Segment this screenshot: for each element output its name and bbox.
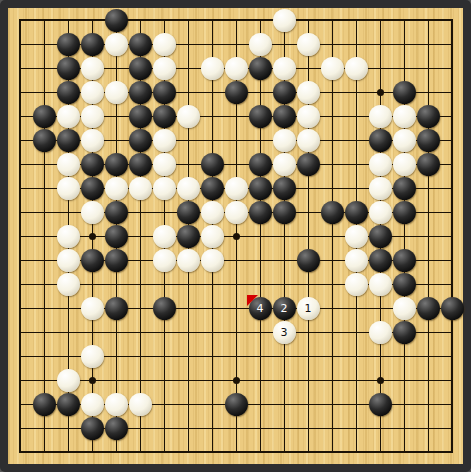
white-stone [225,57,248,80]
white-stone [273,57,296,80]
white-stone [105,81,128,104]
black-stone [369,393,392,416]
star-point [89,377,96,384]
white-stone [81,81,104,104]
white-stone [153,225,176,248]
black-stone [129,81,152,104]
white-stone [369,177,392,200]
black-stone [417,129,440,152]
white-stone [153,33,176,56]
white-stone [393,297,416,320]
white-stone [57,225,80,248]
black-stone [81,249,104,272]
white-stone [225,177,248,200]
white-stone [105,393,128,416]
black-stone [201,177,224,200]
white-stone [201,225,224,248]
white-stone [201,201,224,224]
white-stone: 3 [273,321,296,344]
black-stone [57,81,80,104]
star-point [89,233,96,240]
black-stone [417,297,440,320]
white-stone [321,57,344,80]
white-stone [129,177,152,200]
white-stone [81,393,104,416]
black-stone [129,153,152,176]
white-stone [393,105,416,128]
black-stone [249,105,272,128]
black-stone [81,177,104,200]
black-stone [105,153,128,176]
black-stone [105,9,128,32]
move-number-label: 1 [305,303,312,314]
black-stone [129,33,152,56]
star-point [377,89,384,96]
black-stone [177,225,200,248]
white-stone [345,57,368,80]
black-stone [393,177,416,200]
black-stone [417,105,440,128]
white-stone [249,33,272,56]
black-stone [105,201,128,224]
white-stone [297,33,320,56]
white-stone [57,249,80,272]
white-stone [273,129,296,152]
last-move-marker-icon [247,295,258,306]
black-stone [105,417,128,440]
white-stone [201,249,224,272]
black-stone [393,249,416,272]
black-stone [57,33,80,56]
white-stone [81,297,104,320]
white-stone [57,273,80,296]
grid-line [332,20,333,452]
black-stone [273,177,296,200]
white-stone [297,81,320,104]
black-stone [369,129,392,152]
black-stone [249,57,272,80]
black-stone [129,129,152,152]
white-stone [129,393,152,416]
black-stone [273,105,296,128]
black-stone [153,105,176,128]
black-stone [393,81,416,104]
black-stone [441,297,464,320]
white-stone [297,129,320,152]
white-stone [153,129,176,152]
white-stone [393,129,416,152]
window-frame: 4213 [0,0,471,472]
black-stone [81,417,104,440]
black-stone [129,105,152,128]
white-stone [81,345,104,368]
white-stone [177,177,200,200]
white-stone [369,201,392,224]
black-stone [81,33,104,56]
black-stone [393,273,416,296]
white-stone [57,153,80,176]
black-stone [225,393,248,416]
black-stone [249,153,272,176]
white-stone [225,201,248,224]
white-stone [177,249,200,272]
black-stone [273,81,296,104]
black-stone: 2 [273,297,296,320]
move-number-label: 2 [281,303,288,314]
black-stone [393,201,416,224]
black-stone [105,297,128,320]
black-stone [417,153,440,176]
white-stone [273,9,296,32]
black-stone [297,153,320,176]
black-stone [129,57,152,80]
white-stone [153,57,176,80]
white-stone [81,57,104,80]
white-stone [57,105,80,128]
black-stone [345,201,368,224]
black-stone [153,297,176,320]
black-stone [105,249,128,272]
white-stone [369,273,392,296]
white-stone: 1 [297,297,320,320]
black-stone [81,153,104,176]
black-stone [249,201,272,224]
black-stone [225,81,248,104]
grid-line [428,20,429,452]
white-stone [177,105,200,128]
black-stone [57,57,80,80]
black-stone [369,225,392,248]
white-stone [153,153,176,176]
white-stone [369,321,392,344]
white-stone [201,57,224,80]
white-stone [57,177,80,200]
white-stone [153,177,176,200]
grid-line [260,20,261,452]
black-stone [249,177,272,200]
black-stone [57,129,80,152]
white-stone [369,105,392,128]
black-stone [153,81,176,104]
black-stone [57,393,80,416]
black-stone [105,225,128,248]
star-point [233,377,240,384]
white-stone [369,153,392,176]
black-stone [201,153,224,176]
white-stone [345,273,368,296]
star-point [233,233,240,240]
white-stone [273,153,296,176]
black-stone [273,201,296,224]
white-stone [105,177,128,200]
white-stone [81,105,104,128]
black-stone [369,249,392,272]
white-stone [81,201,104,224]
black-stone [33,105,56,128]
white-stone [345,249,368,272]
black-stone [33,129,56,152]
white-stone [345,225,368,248]
white-stone [153,249,176,272]
black-stone [33,393,56,416]
black-stone [297,249,320,272]
white-stone [105,33,128,56]
black-stone [321,201,344,224]
go-board[interactable]: 4213 [8,8,463,464]
white-stone [297,105,320,128]
white-stone [57,369,80,392]
white-stone [81,129,104,152]
black-stone [393,321,416,344]
star-point [377,377,384,384]
move-number-label: 3 [281,327,288,338]
white-stone [393,153,416,176]
black-stone [177,201,200,224]
